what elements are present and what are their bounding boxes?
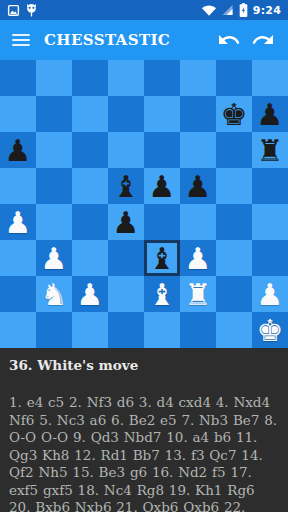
square-b8[interactable] [36,60,72,96]
owl-notification-icon [25,3,38,17]
piece-black-rook: ♜ [252,132,288,168]
clock-text: 9:24 [253,4,281,17]
square-a5[interactable] [0,168,36,204]
square-f1[interactable] [180,312,216,348]
piece-black-king: ♚ [216,96,252,132]
square-b1[interactable] [36,312,72,348]
square-f7[interactable] [180,96,216,132]
piece-black-pawn: ♟ [252,96,288,132]
square-d6[interactable] [108,132,144,168]
wifi-icon [202,4,216,16]
square-c3[interactable] [72,240,108,276]
piece-white-pawn: ♟ [252,276,288,312]
square-e5[interactable]: ♟ [144,168,180,204]
piece-white-bishop: ♝ [144,276,180,312]
redo-button[interactable] [250,28,276,52]
square-b2[interactable]: ♞ [36,276,72,312]
square-c1[interactable] [72,312,108,348]
square-b7[interactable] [36,96,72,132]
piece-white-knight: ♞ [36,276,72,312]
piece-black-pawn: ♟ [0,132,36,168]
square-d7[interactable] [108,96,144,132]
battery-charging-icon [239,3,248,17]
square-d1[interactable] [108,312,144,348]
square-a4[interactable]: ♟ [0,204,36,240]
square-c8[interactable] [72,60,108,96]
square-a8[interactable] [0,60,36,96]
square-h7[interactable]: ♟ [252,96,288,132]
cell-signal-icon [221,4,234,16]
piece-black-pawn: ♟ [108,204,144,240]
square-b3[interactable]: ♟ [36,240,72,276]
square-a6[interactable]: ♟ [0,132,36,168]
square-c6[interactable] [72,132,108,168]
square-b6[interactable] [36,132,72,168]
piece-black-bishop: ♝ [108,168,144,204]
square-g8[interactable] [216,60,252,96]
square-b4[interactable] [36,204,72,240]
square-h3[interactable] [252,240,288,276]
piece-white-rook: ♜ [180,276,216,312]
phone-screen: 9:24 CHESSTASTIC ♚♟♟♜♝♟♟♟♟♟♝♟♞♟♝♜♟♚ 36. … [0,0,288,512]
square-a2[interactable] [0,276,36,312]
square-h6[interactable]: ♜ [252,132,288,168]
square-e3[interactable]: ♝ [144,240,180,276]
square-h2[interactable]: ♟ [252,276,288,312]
square-f4[interactable] [180,204,216,240]
move-panel: 36. White's move 1. e4 c5 2. Nf3 d6 3. d… [0,348,288,512]
app-bar: CHESSTASTIC [0,20,288,60]
square-e6[interactable] [144,132,180,168]
square-f6[interactable] [180,132,216,168]
square-h8[interactable] [252,60,288,96]
piece-white-pawn: ♟ [72,276,108,312]
square-g3[interactable] [216,240,252,276]
square-d4[interactable]: ♟ [108,204,144,240]
square-h5[interactable] [252,168,288,204]
square-h1[interactable]: ♚ [252,312,288,348]
square-c4[interactable] [72,204,108,240]
square-c7[interactable] [72,96,108,132]
square-c5[interactable] [72,168,108,204]
square-g1[interactable] [216,312,252,348]
piece-black-pawn: ♟ [144,168,180,204]
square-e7[interactable] [144,96,180,132]
piece-black-pawn: ♟ [180,168,216,204]
square-d8[interactable] [108,60,144,96]
app-title: CHESSTASTIC [44,31,216,49]
undo-button[interactable] [216,28,242,52]
square-g6[interactable] [216,132,252,168]
square-e2[interactable]: ♝ [144,276,180,312]
move-status-text: 36. White's move [9,357,279,373]
square-f5[interactable]: ♟ [180,168,216,204]
square-d2[interactable] [108,276,144,312]
square-d3[interactable] [108,240,144,276]
redo-icon [251,28,275,52]
screenshot-icon [7,4,20,17]
piece-white-pawn: ♟ [36,240,72,276]
square-e8[interactable] [144,60,180,96]
move-list-text: 1. e4 c5 2. Nf3 d6 3. d4 cxd4 4. Nxd4 Nf… [9,394,279,512]
square-a3[interactable] [0,240,36,276]
square-g2[interactable] [216,276,252,312]
square-g7[interactable]: ♚ [216,96,252,132]
square-g5[interactable] [216,168,252,204]
piece-white-pawn: ♟ [180,240,216,276]
square-b5[interactable] [36,168,72,204]
square-a7[interactable] [0,96,36,132]
piece-white-pawn: ♟ [0,204,36,240]
square-h4[interactable] [252,204,288,240]
square-f8[interactable] [180,60,216,96]
chess-board: ♚♟♟♜♝♟♟♟♟♟♝♟♞♟♝♜♟♚ [0,60,288,348]
square-d5[interactable]: ♝ [108,168,144,204]
piece-black-bishop: ♝ [144,240,180,276]
square-f3[interactable]: ♟ [180,240,216,276]
undo-icon [217,28,241,52]
square-e4[interactable] [144,204,180,240]
square-a1[interactable] [0,312,36,348]
square-f2[interactable]: ♜ [180,276,216,312]
hamburger-menu-icon[interactable] [12,34,30,46]
square-e1[interactable] [144,312,180,348]
piece-white-king: ♚ [252,312,288,348]
square-g4[interactable] [216,204,252,240]
square-c2[interactable]: ♟ [72,276,108,312]
status-bar: 9:24 [0,0,288,20]
